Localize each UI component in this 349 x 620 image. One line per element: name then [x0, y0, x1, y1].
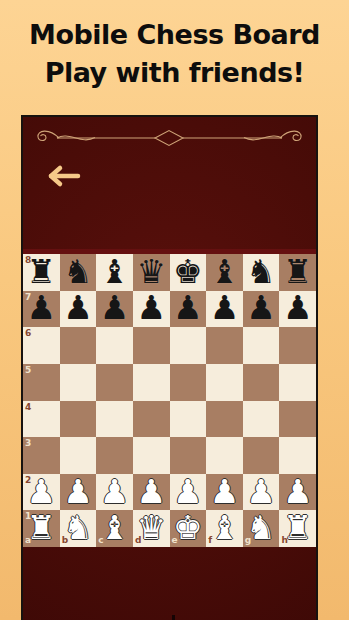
- square-a6[interactable]: 6: [23, 327, 60, 364]
- piece-black-pawn: ♟: [173, 291, 203, 324]
- square-f8[interactable]: ♝: [206, 254, 243, 291]
- piece-white-rook: ♜: [283, 511, 313, 544]
- piece-black-pawn: ♟: [246, 291, 276, 324]
- square-e3[interactable]: [170, 437, 207, 474]
- square-e5[interactable]: [170, 364, 207, 401]
- square-d8[interactable]: ♛: [133, 254, 170, 291]
- piece-white-pawn: ♟: [63, 475, 93, 508]
- square-d5[interactable]: [133, 364, 170, 401]
- square-c4[interactable]: [96, 401, 133, 438]
- square-g3[interactable]: [243, 437, 280, 474]
- rank-label-6: 6: [25, 329, 31, 338]
- square-b4[interactable]: [60, 401, 97, 438]
- piece-white-pawn: ♟: [136, 475, 166, 508]
- square-g2[interactable]: ♟: [243, 474, 280, 511]
- rank-label-4: 4: [25, 403, 31, 412]
- square-c3[interactable]: [96, 437, 133, 474]
- piece-white-pawn: ♟: [173, 475, 203, 508]
- square-c2[interactable]: ♟: [96, 474, 133, 511]
- square-h1[interactable]: h♜: [279, 510, 316, 547]
- piece-black-queen: ♛: [136, 255, 166, 288]
- back-button[interactable]: [43, 163, 83, 191]
- square-b3[interactable]: [60, 437, 97, 474]
- piece-black-bishop: ♝: [100, 255, 130, 288]
- piece-white-bishop: ♝: [100, 511, 130, 544]
- square-f6[interactable]: [206, 327, 243, 364]
- square-e7[interactable]: ♟: [170, 291, 207, 328]
- square-f2[interactable]: ♟: [206, 474, 243, 511]
- square-c5[interactable]: [96, 364, 133, 401]
- square-g5[interactable]: [243, 364, 280, 401]
- piece-black-bishop: ♝: [210, 255, 240, 288]
- piece-black-pawn: ♟: [100, 291, 130, 324]
- square-h3[interactable]: [279, 437, 316, 474]
- square-b8[interactable]: ♞: [60, 254, 97, 291]
- square-d6[interactable]: [133, 327, 170, 364]
- square-h6[interactable]: [279, 327, 316, 364]
- square-a2[interactable]: 2♟: [23, 474, 60, 511]
- square-e1[interactable]: e♚: [170, 510, 207, 547]
- square-a8[interactable]: 8♜: [23, 254, 60, 291]
- app-title: Mobile Chess Board Play with friends!: [0, 16, 349, 92]
- square-c6[interactable]: [96, 327, 133, 364]
- piece-white-pawn: ♟: [27, 475, 57, 508]
- app-title-line1: Mobile Chess Board: [0, 16, 349, 54]
- square-f1[interactable]: f♝: [206, 510, 243, 547]
- square-d7[interactable]: ♟: [133, 291, 170, 328]
- square-g8[interactable]: ♞: [243, 254, 280, 291]
- square-g7[interactable]: ♟: [243, 291, 280, 328]
- piece-black-knight: ♞: [246, 255, 276, 288]
- ornament-right-curl: [280, 131, 301, 140]
- piece-black-pawn: ♟: [27, 291, 57, 324]
- square-e6[interactable]: [170, 327, 207, 364]
- square-b5[interactable]: [60, 364, 97, 401]
- square-c8[interactable]: ♝: [96, 254, 133, 291]
- ornament-divider: [33, 124, 306, 152]
- square-f5[interactable]: [206, 364, 243, 401]
- square-b7[interactable]: ♟: [60, 291, 97, 328]
- ornament-left-curl: [38, 131, 59, 140]
- square-d4[interactable]: [133, 401, 170, 438]
- square-f4[interactable]: [206, 401, 243, 438]
- square-a1[interactable]: 1a♜: [23, 510, 60, 547]
- square-h2[interactable]: ♟: [279, 474, 316, 511]
- piece-white-king: ♚: [173, 511, 203, 544]
- piece-white-pawn: ♟: [246, 475, 276, 508]
- back-arrow-icon: [45, 164, 81, 188]
- square-a5[interactable]: 5: [23, 364, 60, 401]
- cutoff-piece-fragment: [172, 615, 175, 620]
- piece-white-pawn: ♟: [210, 475, 240, 508]
- piece-black-rook: ♜: [27, 255, 57, 288]
- app-title-line2: Play with friends!: [0, 54, 349, 92]
- square-a4[interactable]: 4: [23, 401, 60, 438]
- square-h5[interactable]: [279, 364, 316, 401]
- square-b1[interactable]: b♞: [60, 510, 97, 547]
- piece-white-knight: ♞: [246, 511, 276, 544]
- square-a3[interactable]: 3: [23, 437, 60, 474]
- square-e4[interactable]: [170, 401, 207, 438]
- piece-black-pawn: ♟: [63, 291, 93, 324]
- piece-black-knight: ♞: [63, 255, 93, 288]
- square-g4[interactable]: [243, 401, 280, 438]
- piece-black-pawn: ♟: [210, 291, 240, 324]
- rank-label-5: 5: [25, 366, 31, 375]
- piece-black-pawn: ♟: [283, 291, 313, 324]
- chess-board: 8♜♞♝♛♚♝♞♜7♟♟♟♟♟♟♟♟65432♟♟♟♟♟♟♟♟1a♜b♞c♝d♛…: [23, 254, 316, 547]
- piece-white-pawn: ♟: [100, 475, 130, 508]
- square-e8[interactable]: ♚: [170, 254, 207, 291]
- piece-black-king: ♚: [173, 255, 203, 288]
- square-a7[interactable]: 7♟: [23, 291, 60, 328]
- square-h7[interactable]: ♟: [279, 291, 316, 328]
- square-g1[interactable]: g♞: [243, 510, 280, 547]
- piece-white-bishop: ♝: [210, 511, 240, 544]
- piece-black-pawn: ♟: [136, 291, 166, 324]
- square-d2[interactable]: ♟: [133, 474, 170, 511]
- ornament-center-diamond: [155, 131, 183, 146]
- square-h4[interactable]: [279, 401, 316, 438]
- square-f3[interactable]: [206, 437, 243, 474]
- rank-label-3: 3: [25, 439, 31, 448]
- piece-white-knight: ♞: [63, 511, 93, 544]
- piece-white-rook: ♜: [27, 511, 57, 544]
- square-d1[interactable]: d♛: [133, 510, 170, 547]
- square-f7[interactable]: ♟: [206, 291, 243, 328]
- square-c1[interactable]: c♝: [96, 510, 133, 547]
- piece-white-pawn: ♟: [283, 475, 313, 508]
- square-e2[interactable]: ♟: [170, 474, 207, 511]
- square-d3[interactable]: [133, 437, 170, 474]
- square-b6[interactable]: [60, 327, 97, 364]
- square-b2[interactable]: ♟: [60, 474, 97, 511]
- piece-black-rook: ♜: [283, 255, 313, 288]
- phone-screen: 8♜♞♝♛♚♝♞♜7♟♟♟♟♟♟♟♟65432♟♟♟♟♟♟♟♟1a♜b♞c♝d♛…: [21, 115, 318, 620]
- square-g6[interactable]: [243, 327, 280, 364]
- piece-white-queen: ♛: [136, 511, 166, 544]
- square-h8[interactable]: ♜: [279, 254, 316, 291]
- square-c7[interactable]: ♟: [96, 291, 133, 328]
